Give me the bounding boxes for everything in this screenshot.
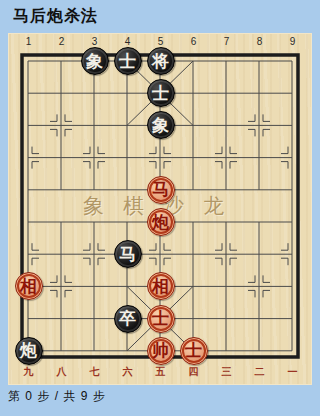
piece-black-elephant[interactable]: 象 — [147, 111, 175, 139]
piece-red-cannon[interactable]: 炮 — [147, 208, 175, 236]
column-label-bottom: 三 — [210, 366, 243, 378]
piece-black-cannon[interactable]: 炮 — [15, 337, 43, 365]
piece-black-pawn[interactable]: 卒 — [114, 305, 142, 333]
xiangqi-board[interactable]: 123456789 象棋沙龙 象士将士象马炮马相相卒士炮帅士 九八七六五四三二一 — [8, 33, 312, 385]
column-labels-bottom: 九八七六五四三二一 — [12, 366, 309, 378]
piece-red-advisor[interactable]: 士 — [180, 337, 208, 365]
piece-black-advisor[interactable]: 士 — [147, 79, 175, 107]
piece-red-advisor[interactable]: 士 — [147, 305, 175, 333]
piece-red-general[interactable]: 帅 — [147, 337, 175, 365]
page-title: 马后炮杀法 — [13, 6, 98, 27]
column-label-bottom: 八 — [45, 366, 78, 378]
column-label-bottom: 九 — [12, 366, 45, 378]
piece-red-elephant[interactable]: 相 — [15, 272, 43, 300]
column-label-bottom: 一 — [276, 366, 309, 378]
piece-black-advisor[interactable]: 士 — [114, 47, 142, 75]
column-label-bottom: 二 — [243, 366, 276, 378]
status-move-counter: 第 0 步 / 共 9 步 — [8, 388, 106, 405]
column-label-bottom: 四 — [177, 366, 210, 378]
piece-black-general[interactable]: 将 — [147, 47, 175, 75]
column-label-bottom: 七 — [78, 366, 111, 378]
xiangqi-app-window: 马后炮杀法 123456789 象棋沙龙 象士将士象马炮马相相卒士炮帅士 九八七… — [0, 0, 320, 416]
piece-grid: 象士将士象马炮马相相卒士炮帅士 — [12, 45, 309, 367]
column-label-bottom: 六 — [111, 366, 144, 378]
piece-red-horse[interactable]: 马 — [147, 176, 175, 204]
piece-red-elephant[interactable]: 相 — [147, 272, 175, 300]
piece-black-elephant[interactable]: 象 — [81, 47, 109, 75]
column-label-bottom: 五 — [144, 366, 177, 378]
piece-black-horse[interactable]: 马 — [114, 240, 142, 268]
